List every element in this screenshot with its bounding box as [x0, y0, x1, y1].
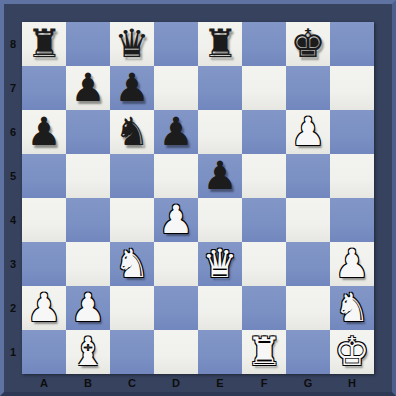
square-e2[interactable]: [198, 286, 242, 330]
square-f4[interactable]: [242, 198, 286, 242]
white-bishop-b1[interactable]: ♝: [66, 330, 110, 374]
white-knight-c3[interactable]: ♞: [110, 242, 154, 286]
rank-label-4: 4: [4, 198, 22, 242]
square-d8[interactable]: [154, 22, 198, 66]
square-a6[interactable]: ♟: [22, 110, 66, 154]
file-label-f: F: [242, 374, 286, 392]
square-b8[interactable]: [66, 22, 110, 66]
file-label-h: H: [330, 374, 374, 392]
square-h8[interactable]: [330, 22, 374, 66]
square-h6[interactable]: [330, 110, 374, 154]
square-a4[interactable]: [22, 198, 66, 242]
square-e8[interactable]: ♜: [198, 22, 242, 66]
rank-label-7: 7: [4, 66, 22, 110]
square-c8[interactable]: ♛: [110, 22, 154, 66]
square-f1[interactable]: ♜: [242, 330, 286, 374]
square-d1[interactable]: [154, 330, 198, 374]
square-h5[interactable]: [330, 154, 374, 198]
square-h4[interactable]: [330, 198, 374, 242]
square-a3[interactable]: [22, 242, 66, 286]
square-a7[interactable]: [22, 66, 66, 110]
square-d2[interactable]: [154, 286, 198, 330]
rank-label-2: 2: [4, 286, 22, 330]
black-king-g8[interactable]: ♚: [286, 22, 330, 66]
black-rook-a8[interactable]: ♜: [22, 22, 66, 66]
square-b5[interactable]: [66, 154, 110, 198]
chess-board-frame: ♜♛♜♚♟♟♟♞♟♟♟♟♞♛♟♟♟♞♝♜♚ 87654321 ABCDEFGH: [0, 0, 396, 396]
chess-board: ♜♛♜♚♟♟♟♞♟♟♟♟♞♛♟♟♟♞♝♜♚: [22, 22, 374, 374]
square-h7[interactable]: [330, 66, 374, 110]
square-a5[interactable]: [22, 154, 66, 198]
square-d7[interactable]: [154, 66, 198, 110]
white-pawn-g6[interactable]: ♟: [286, 110, 330, 154]
black-knight-c6[interactable]: ♞: [110, 110, 154, 154]
file-labels: ABCDEFGH: [22, 374, 374, 392]
white-king-h1[interactable]: ♚: [330, 330, 374, 374]
black-pawn-d6[interactable]: ♟: [154, 110, 198, 154]
square-e6[interactable]: [198, 110, 242, 154]
square-b6[interactable]: [66, 110, 110, 154]
square-e3[interactable]: ♛: [198, 242, 242, 286]
file-label-e: E: [198, 374, 242, 392]
square-h1[interactable]: ♚: [330, 330, 374, 374]
square-h2[interactable]: ♞: [330, 286, 374, 330]
black-pawn-b7[interactable]: ♟: [66, 66, 110, 110]
square-g8[interactable]: ♚: [286, 22, 330, 66]
white-pawn-b2[interactable]: ♟: [66, 286, 110, 330]
square-c5[interactable]: [110, 154, 154, 198]
square-g2[interactable]: [286, 286, 330, 330]
rank-labels: 87654321: [4, 22, 22, 374]
square-c4[interactable]: [110, 198, 154, 242]
white-pawn-a2[interactable]: ♟: [22, 286, 66, 330]
square-f2[interactable]: [242, 286, 286, 330]
white-queen-e3[interactable]: ♛: [198, 242, 242, 286]
square-g4[interactable]: [286, 198, 330, 242]
square-c2[interactable]: [110, 286, 154, 330]
black-pawn-a6[interactable]: ♟: [22, 110, 66, 154]
square-g6[interactable]: ♟: [286, 110, 330, 154]
file-label-a: A: [22, 374, 66, 392]
file-label-b: B: [66, 374, 110, 392]
square-d5[interactable]: [154, 154, 198, 198]
black-pawn-c7[interactable]: ♟: [110, 66, 154, 110]
square-b2[interactable]: ♟: [66, 286, 110, 330]
square-e4[interactable]: [198, 198, 242, 242]
square-e7[interactable]: [198, 66, 242, 110]
square-c7[interactable]: ♟: [110, 66, 154, 110]
square-h3[interactable]: ♟: [330, 242, 374, 286]
square-g7[interactable]: [286, 66, 330, 110]
file-label-g: G: [286, 374, 330, 392]
square-f6[interactable]: [242, 110, 286, 154]
square-a1[interactable]: [22, 330, 66, 374]
white-rook-f1[interactable]: ♜: [242, 330, 286, 374]
square-b3[interactable]: [66, 242, 110, 286]
white-pawn-d4[interactable]: ♟: [154, 198, 198, 242]
square-f8[interactable]: [242, 22, 286, 66]
square-g5[interactable]: [286, 154, 330, 198]
rank-label-3: 3: [4, 242, 22, 286]
file-label-c: C: [110, 374, 154, 392]
rank-label-6: 6: [4, 110, 22, 154]
square-c1[interactable]: [110, 330, 154, 374]
black-rook-e8[interactable]: ♜: [198, 22, 242, 66]
file-label-d: D: [154, 374, 198, 392]
square-b7[interactable]: ♟: [66, 66, 110, 110]
square-c3[interactable]: ♞: [110, 242, 154, 286]
square-a8[interactable]: ♜: [22, 22, 66, 66]
square-e5[interactable]: ♟: [198, 154, 242, 198]
square-c6[interactable]: ♞: [110, 110, 154, 154]
square-d6[interactable]: ♟: [154, 110, 198, 154]
rank-label-8: 8: [4, 22, 22, 66]
square-g3[interactable]: [286, 242, 330, 286]
square-f5[interactable]: [242, 154, 286, 198]
black-pawn-e5[interactable]: ♟: [198, 154, 242, 198]
white-pawn-h3[interactable]: ♟: [330, 242, 374, 286]
square-f7[interactable]: [242, 66, 286, 110]
square-b4[interactable]: [66, 198, 110, 242]
square-a2[interactable]: ♟: [22, 286, 66, 330]
square-e1[interactable]: [198, 330, 242, 374]
square-b1[interactable]: ♝: [66, 330, 110, 374]
rank-label-5: 5: [4, 154, 22, 198]
black-queen-c8[interactable]: ♛: [110, 22, 154, 66]
square-d3[interactable]: [154, 242, 198, 286]
white-knight-h2[interactable]: ♞: [330, 286, 374, 330]
square-f3[interactable]: [242, 242, 286, 286]
rank-label-1: 1: [4, 330, 22, 374]
square-g1[interactable]: [286, 330, 330, 374]
square-d4[interactable]: ♟: [154, 198, 198, 242]
